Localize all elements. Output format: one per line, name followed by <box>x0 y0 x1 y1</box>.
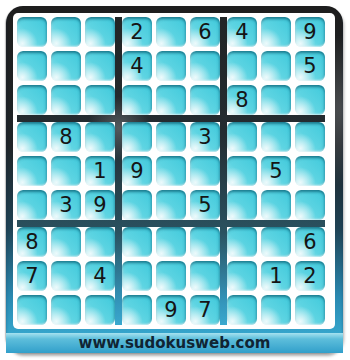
cell-r5c6[interactable] <box>190 156 220 186</box>
cell-r2c8[interactable] <box>261 51 291 81</box>
cell-r9c9[interactable] <box>295 295 325 325</box>
cell-r6c7[interactable] <box>227 190 257 220</box>
cell-r1c7[interactable]: 4 <box>227 17 257 47</box>
cell-r9c8[interactable] <box>261 295 291 325</box>
cell-r3c5[interactable] <box>156 85 186 115</box>
cell-r2c9[interactable]: 5 <box>295 51 325 81</box>
cell-r5c5[interactable] <box>156 156 186 186</box>
cell-r9c7[interactable] <box>227 295 257 325</box>
cell-r8c7[interactable] <box>227 261 257 291</box>
cell-r6c4[interactable] <box>122 190 152 220</box>
cell-r1c8[interactable] <box>261 17 291 47</box>
cell-r1c1[interactable] <box>17 17 47 47</box>
cell-r5c4[interactable]: 9 <box>122 156 152 186</box>
cell-r6c1[interactable] <box>17 190 47 220</box>
cell-r5c2[interactable] <box>51 156 81 186</box>
cell-r3c6[interactable] <box>190 85 220 115</box>
box-4: 8139 <box>17 122 115 220</box>
cell-r1c3[interactable] <box>85 17 115 47</box>
cell-r5c9[interactable] <box>295 156 325 186</box>
box-1 <box>17 17 115 115</box>
cell-r9c5[interactable]: 9 <box>156 295 186 325</box>
cell-r7c6[interactable] <box>190 227 220 257</box>
cell-r8c8[interactable]: 1 <box>261 261 291 291</box>
cell-r1c6[interactable]: 6 <box>190 17 220 47</box>
cell-r3c3[interactable] <box>85 85 115 115</box>
cell-r9c6[interactable]: 7 <box>190 295 220 325</box>
cell-r4c6[interactable]: 3 <box>190 122 220 152</box>
cell-r8c3[interactable]: 4 <box>85 261 115 291</box>
cell-r4c4[interactable] <box>122 122 152 152</box>
box-2: 264 <box>122 17 220 115</box>
cell-r3c1[interactable] <box>17 85 47 115</box>
sudoku-grid: 26449588139395587497612 <box>17 17 325 325</box>
cell-r8c9[interactable]: 2 <box>295 261 325 291</box>
cell-r3c8[interactable] <box>261 85 291 115</box>
cell-r9c3[interactable] <box>85 295 115 325</box>
cell-r2c1[interactable] <box>17 51 47 81</box>
cell-r4c7[interactable] <box>227 122 257 152</box>
cell-r3c7[interactable]: 8 <box>227 85 257 115</box>
cell-r6c9[interactable] <box>295 190 325 220</box>
box-8: 97 <box>122 227 220 325</box>
cell-r5c1[interactable] <box>17 156 47 186</box>
cell-r7c9[interactable]: 6 <box>295 227 325 257</box>
cell-r9c4[interactable] <box>122 295 152 325</box>
cell-r7c2[interactable] <box>51 227 81 257</box>
cell-r4c2[interactable]: 8 <box>51 122 81 152</box>
cell-r2c4[interactable]: 4 <box>122 51 152 81</box>
cell-r6c8[interactable] <box>261 190 291 220</box>
box-5: 395 <box>122 122 220 220</box>
cell-r7c4[interactable] <box>122 227 152 257</box>
cell-r6c2[interactable]: 3 <box>51 190 81 220</box>
cell-r8c6[interactable] <box>190 261 220 291</box>
cell-r7c3[interactable] <box>85 227 115 257</box>
cell-r7c8[interactable] <box>261 227 291 257</box>
cell-r8c5[interactable] <box>156 261 186 291</box>
site-url-link[interactable]: www.sudokusweb.com <box>79 334 271 352</box>
cell-r6c5[interactable] <box>156 190 186 220</box>
cell-r6c3[interactable]: 9 <box>85 190 115 220</box>
sudoku-board-frame: 26449588139395587497612 www.sudokusweb.c… <box>6 6 343 353</box>
cell-r8c4[interactable] <box>122 261 152 291</box>
cell-r1c5[interactable] <box>156 17 186 47</box>
cell-r2c7[interactable] <box>227 51 257 81</box>
box-9: 612 <box>227 227 325 325</box>
cell-r9c1[interactable] <box>17 295 47 325</box>
cell-r3c9[interactable] <box>295 85 325 115</box>
cell-r3c4[interactable] <box>122 85 152 115</box>
cell-r7c1[interactable]: 8 <box>17 227 47 257</box>
cell-r7c5[interactable] <box>156 227 186 257</box>
cell-r5c3[interactable]: 1 <box>85 156 115 186</box>
cell-r2c2[interactable] <box>51 51 81 81</box>
cell-r4c1[interactable] <box>17 122 47 152</box>
cell-r8c2[interactable] <box>51 261 81 291</box>
cell-r2c6[interactable] <box>190 51 220 81</box>
page-background: 26449588139395587497612 www.sudokusweb.c… <box>0 0 350 360</box>
cell-r1c9[interactable]: 9 <box>295 17 325 47</box>
footer-bar: www.sudokusweb.com <box>6 333 343 353</box>
cell-r5c8[interactable]: 5 <box>261 156 291 186</box>
box-7: 874 <box>17 227 115 325</box>
cell-r8c1[interactable]: 7 <box>17 261 47 291</box>
cell-r7c7[interactable] <box>227 227 257 257</box>
cell-r2c3[interactable] <box>85 51 115 81</box>
box-3: 4958 <box>227 17 325 115</box>
cell-r2c5[interactable] <box>156 51 186 81</box>
sudoku-grid-panel: 26449588139395587497612 <box>13 13 335 329</box>
cell-r1c4[interactable]: 2 <box>122 17 152 47</box>
cell-r6c6[interactable]: 5 <box>190 190 220 220</box>
cell-r9c2[interactable] <box>51 295 81 325</box>
cell-r3c2[interactable] <box>51 85 81 115</box>
cell-r1c2[interactable] <box>51 17 81 47</box>
cell-r4c3[interactable] <box>85 122 115 152</box>
cell-r4c8[interactable] <box>261 122 291 152</box>
box-6: 5 <box>227 122 325 220</box>
cell-r5c7[interactable] <box>227 156 257 186</box>
cell-r4c5[interactable] <box>156 122 186 152</box>
cell-r4c9[interactable] <box>295 122 325 152</box>
